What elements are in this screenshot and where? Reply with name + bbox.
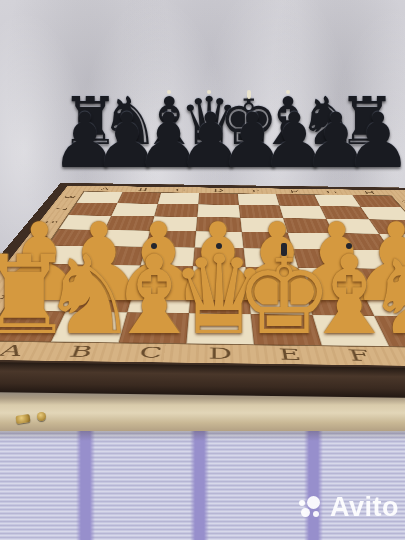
square-a5 xyxy=(48,229,105,246)
board-frame: ABCDEFGH ABCDEFGH 87654321 87654321 xyxy=(0,183,405,377)
square-e8 xyxy=(238,194,280,206)
square-f6 xyxy=(283,218,333,233)
square-c3 xyxy=(134,265,193,287)
board-side-edge xyxy=(0,362,405,398)
square-d1 xyxy=(186,313,254,344)
coord-label-b: B xyxy=(42,342,119,362)
square-c4 xyxy=(140,247,194,266)
square-a4 xyxy=(35,245,96,264)
latch-icon xyxy=(37,412,46,421)
chess-board: ABCDEFGH ABCDEFGH 87654321 87654321 xyxy=(0,183,405,377)
box-edge xyxy=(0,391,405,431)
coord-label-f: F xyxy=(322,345,399,365)
square-d3 xyxy=(191,266,248,288)
square-c2 xyxy=(127,287,191,313)
coord-label-c: C xyxy=(113,343,186,363)
square-d8 xyxy=(198,193,239,205)
square-b4 xyxy=(88,246,146,265)
square-f8 xyxy=(276,194,320,206)
square-b1 xyxy=(51,312,127,343)
square-e4 xyxy=(244,248,299,267)
watermark-text: Avito xyxy=(330,492,399,523)
avito-logo-icon xyxy=(299,496,324,520)
coord-label-d: D xyxy=(185,344,256,364)
square-a7 xyxy=(68,203,117,216)
square-c7 xyxy=(154,204,198,217)
square-c1 xyxy=(119,312,189,343)
square-c8 xyxy=(158,193,199,205)
square-d6 xyxy=(196,217,242,232)
board-border: ABCDEFGH ABCDEFGH 87654321 87654321 xyxy=(0,186,405,369)
square-d2 xyxy=(189,288,251,314)
square-c5 xyxy=(146,231,196,248)
square-e2 xyxy=(248,289,313,315)
square-e1 xyxy=(251,314,322,345)
square-b7 xyxy=(111,203,158,216)
square-b2 xyxy=(65,286,134,312)
square-b6 xyxy=(104,216,154,231)
square-b3 xyxy=(78,265,141,287)
square-f7 xyxy=(279,206,326,219)
square-d7 xyxy=(197,204,240,217)
square-b8 xyxy=(117,192,161,204)
square-d5 xyxy=(195,231,244,248)
square-e7 xyxy=(239,205,283,218)
knitted-cloth xyxy=(0,427,405,540)
coord-label-e: E xyxy=(254,344,327,364)
latch-icon xyxy=(16,414,31,424)
square-e6 xyxy=(240,218,287,233)
square-a8 xyxy=(77,192,123,204)
photo-scene: ABCDEFGH ABCDEFGH 87654321 87654321 ♜♞♝♛… xyxy=(0,0,405,540)
square-e3 xyxy=(246,267,305,289)
square-e5 xyxy=(242,232,293,249)
watermark: Avito xyxy=(299,492,399,523)
square-d4 xyxy=(193,248,246,267)
square-c6 xyxy=(150,216,197,231)
square-a6 xyxy=(59,215,112,230)
square-b5 xyxy=(97,230,150,247)
